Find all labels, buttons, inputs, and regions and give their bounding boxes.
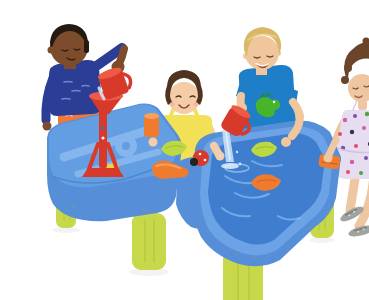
funnel-decal <box>102 137 105 140</box>
near-leg <box>359 174 369 226</box>
scene-illustration <box>40 16 369 300</box>
ear <box>48 47 55 54</box>
hand-on-car <box>324 154 333 163</box>
red-pour-bucket <box>97 64 135 100</box>
splash <box>221 163 239 169</box>
funnel-base <box>82 168 124 177</box>
face <box>168 82 200 114</box>
product-photo <box>40 16 369 300</box>
child-girl-right <box>334 38 369 239</box>
orange-cup <box>144 113 159 137</box>
hand-in-water <box>281 137 291 147</box>
funnel-decal <box>102 127 105 130</box>
hand <box>43 122 52 131</box>
leg-front-left <box>132 213 166 270</box>
hair-side <box>84 40 89 53</box>
toddler-hand <box>149 138 158 147</box>
